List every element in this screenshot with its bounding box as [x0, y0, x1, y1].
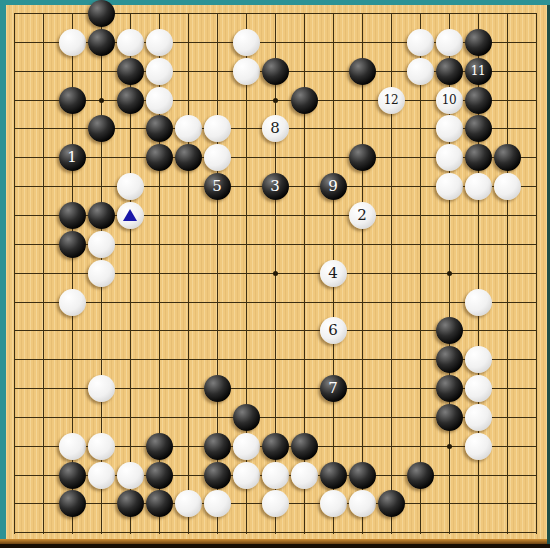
- black-stone: [117, 87, 144, 114]
- grid-line-vertical: [188, 14, 189, 534]
- white-stone: [262, 462, 289, 489]
- black-stone: [146, 433, 173, 460]
- go-board-diagram: 111210815392467: [0, 0, 550, 548]
- grid-line-vertical: [14, 14, 15, 534]
- triangle-marker: [123, 209, 137, 221]
- black-stone: [146, 462, 173, 489]
- white-stone: [407, 58, 434, 85]
- white-stone: [436, 173, 463, 200]
- white-stone: [320, 490, 347, 517]
- white-stone: [494, 173, 521, 200]
- grid-line-vertical: [420, 14, 421, 534]
- black-stone: [436, 404, 463, 431]
- white-stone: [146, 29, 173, 56]
- black-stone: [465, 29, 492, 56]
- black-stone: 11: [465, 58, 492, 85]
- black-stone: [88, 115, 115, 142]
- white-stone: 8: [262, 115, 289, 142]
- white-stone: [117, 29, 144, 56]
- move-number-label: 11: [471, 65, 485, 77]
- move-number-label: 12: [384, 94, 398, 106]
- black-stone: [204, 375, 231, 402]
- move-number-label: 7: [328, 381, 338, 396]
- white-stone: [436, 144, 463, 171]
- white-stone: [465, 289, 492, 316]
- star-point: [273, 98, 278, 103]
- white-stone: [349, 490, 376, 517]
- grid-line-horizontal: [14, 302, 537, 303]
- white-stone: 6: [320, 317, 347, 344]
- white-stone: 4: [320, 260, 347, 287]
- white-stone: [146, 58, 173, 85]
- white-stone: [465, 375, 492, 402]
- white-stone: 10: [436, 87, 463, 114]
- black-stone: [59, 462, 86, 489]
- white-stone: [117, 202, 144, 229]
- black-stone: [233, 404, 260, 431]
- black-stone: [291, 433, 318, 460]
- black-stone: [378, 490, 405, 517]
- white-stone: [407, 29, 434, 56]
- white-stone: [436, 115, 463, 142]
- black-stone: [436, 346, 463, 373]
- black-stone: [59, 490, 86, 517]
- black-stone: [320, 462, 347, 489]
- grid-line-vertical: [362, 14, 363, 534]
- black-stone: [204, 433, 231, 460]
- white-stone: [291, 462, 318, 489]
- star-point: [447, 444, 452, 449]
- black-stone: [146, 490, 173, 517]
- black-stone: [88, 202, 115, 229]
- white-stone: [88, 462, 115, 489]
- move-number-label: 1: [67, 150, 77, 165]
- black-stone: [436, 58, 463, 85]
- star-point: [99, 98, 104, 103]
- white-stone: [175, 490, 202, 517]
- black-stone: [262, 58, 289, 85]
- move-number-label: 9: [328, 179, 338, 194]
- goban-grid[interactable]: 111210815392467: [0, 0, 550, 548]
- white-stone: [88, 433, 115, 460]
- black-stone: [146, 115, 173, 142]
- white-stone: 12: [378, 87, 405, 114]
- white-stone: [59, 289, 86, 316]
- black-stone: [349, 58, 376, 85]
- black-stone: [436, 375, 463, 402]
- black-stone: [349, 462, 376, 489]
- black-stone: [88, 29, 115, 56]
- move-number-label: 6: [328, 323, 338, 338]
- white-stone: [233, 462, 260, 489]
- black-stone: 9: [320, 173, 347, 200]
- black-stone: [117, 490, 144, 517]
- white-stone: [88, 231, 115, 258]
- white-stone: [436, 29, 463, 56]
- grid-line-horizontal: [14, 532, 537, 533]
- white-stone: [59, 29, 86, 56]
- white-stone: [262, 490, 289, 517]
- black-stone: [204, 462, 231, 489]
- black-stone: 5: [204, 173, 231, 200]
- black-stone: [291, 87, 318, 114]
- move-number-label: 8: [270, 121, 280, 136]
- black-stone: [465, 144, 492, 171]
- black-stone: [59, 202, 86, 229]
- black-stone: [436, 317, 463, 344]
- white-stone: [233, 433, 260, 460]
- white-stone: [59, 433, 86, 460]
- star-point: [273, 271, 278, 276]
- white-stone: [204, 115, 231, 142]
- white-stone: [88, 375, 115, 402]
- black-stone: [494, 144, 521, 171]
- black-stone: [59, 231, 86, 258]
- white-stone: [146, 87, 173, 114]
- black-stone: 1: [59, 144, 86, 171]
- black-stone: [146, 144, 173, 171]
- move-number-label: 4: [328, 266, 338, 281]
- move-number-label: 3: [270, 179, 280, 194]
- black-stone: 3: [262, 173, 289, 200]
- grid-line-vertical: [507, 14, 508, 534]
- black-stone: [465, 115, 492, 142]
- star-point: [447, 271, 452, 276]
- grid-line-vertical: [536, 14, 537, 534]
- white-stone: [465, 404, 492, 431]
- grid-line-vertical: [43, 14, 44, 534]
- move-number-label: 5: [212, 179, 222, 194]
- white-stone: [117, 462, 144, 489]
- black-stone: [349, 144, 376, 171]
- move-number-label: 2: [357, 208, 367, 223]
- white-stone: [175, 115, 202, 142]
- black-stone: [262, 433, 289, 460]
- black-stone: [59, 87, 86, 114]
- white-stone: [465, 433, 492, 460]
- white-stone: [465, 346, 492, 373]
- black-stone: [465, 87, 492, 114]
- black-stone: [175, 144, 202, 171]
- white-stone: [233, 29, 260, 56]
- black-stone: [407, 462, 434, 489]
- white-stone: [204, 490, 231, 517]
- white-stone: [465, 173, 492, 200]
- white-stone: [233, 58, 260, 85]
- move-number-label: 10: [442, 94, 456, 106]
- black-stone: [117, 58, 144, 85]
- white-stone: [204, 144, 231, 171]
- black-stone: 7: [320, 375, 347, 402]
- black-stone: [88, 0, 115, 27]
- white-stone: 2: [349, 202, 376, 229]
- white-stone: [88, 260, 115, 287]
- white-stone: [117, 173, 144, 200]
